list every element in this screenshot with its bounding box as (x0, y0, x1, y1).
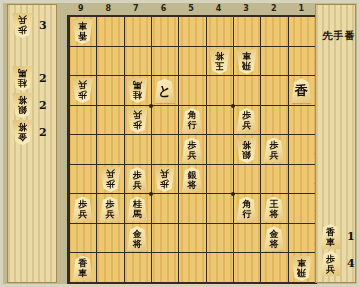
gote-hand-piece[interactable]: 桂馬 (12, 66, 33, 91)
koma-kanji: 兵 (270, 150, 279, 160)
hoshi-dot (231, 104, 235, 108)
square-8-4[interactable] (96, 106, 123, 136)
sente-hand-count: 4 (347, 257, 355, 270)
square-6-5[interactable] (151, 135, 178, 165)
gote-hand-stand: 歩兵3桂馬2銀将2金将2 (7, 4, 57, 283)
koma-kanji: 歩 (242, 110, 251, 120)
square-6-4[interactable] (151, 106, 178, 136)
koma-kanji: 将 (18, 96, 27, 106)
square-3-3[interactable] (233, 76, 260, 106)
koma-kanji: 兵 (326, 264, 335, 274)
square-4-3[interactable] (206, 76, 233, 106)
square-3-9[interactable] (233, 253, 260, 283)
koma-kanji: 行 (188, 120, 197, 130)
koma-kanji: 歩 (326, 254, 335, 264)
square-9-2[interactable] (69, 47, 96, 77)
koma-kanji: 飛 (242, 61, 251, 71)
koma-kanji: 兵 (160, 170, 169, 180)
file-label-8: 8 (95, 4, 123, 14)
koma-kanji: 将 (133, 239, 142, 249)
square-2-1[interactable] (260, 17, 287, 47)
gote-hand-piece[interactable]: 金将 (12, 120, 33, 145)
koma-kanji: 金 (18, 133, 27, 143)
koma-kanji: 車 (78, 22, 87, 32)
square-2-3[interactable] (260, 76, 287, 106)
gote-hand-count: 3 (39, 19, 47, 32)
sente-hand-count: 1 (347, 230, 355, 243)
gote-hand-piece[interactable]: 銀将 (12, 93, 33, 118)
koma-kanji: 銀 (188, 170, 197, 180)
koma-kanji: 歩 (78, 199, 87, 209)
gote-hand-row: 銀将2 (8, 93, 56, 118)
koma-kanji: 歩 (270, 140, 279, 150)
gote-hand-count: 2 (39, 99, 47, 112)
square-4-7[interactable] (206, 194, 233, 224)
koma-kanji: 歩 (106, 180, 115, 190)
koma-kanji: 金 (133, 229, 142, 239)
square-8-9[interactable] (96, 253, 123, 283)
shogi-board[interactable]: 香車玉将飛車歩兵桂馬と香歩兵角行歩兵歩兵銀将歩兵歩兵歩兵歩兵銀将歩兵歩兵桂馬角行… (67, 15, 317, 285)
sente-hand-pieces: 香車1歩兵4 (316, 222, 355, 276)
square-7-1[interactable] (124, 17, 151, 47)
shogi-app: 歩兵3桂馬2銀将2金将2 987654321 香車玉将飛車歩兵桂馬と香歩兵角行歩… (0, 0, 360, 287)
koma-kanji: 歩 (78, 91, 87, 101)
square-4-9[interactable] (206, 253, 233, 283)
koma-kanji: 香 (78, 258, 87, 268)
square-1-5[interactable] (288, 135, 315, 165)
koma-kanji: 歩 (160, 180, 169, 190)
gote-hand-count: 2 (39, 126, 47, 139)
square-5-3[interactable] (178, 76, 205, 106)
koma-kanji: 角 (242, 199, 251, 209)
koma-kanji: 将 (188, 180, 197, 190)
koma-kanji: 将 (270, 239, 279, 249)
square-8-5[interactable] (96, 135, 123, 165)
koma-kanji: 桂 (18, 79, 27, 89)
turn-indicator: 先手番 (317, 29, 360, 43)
file-label-1: 1 (288, 4, 316, 14)
square-1-8[interactable] (288, 224, 315, 254)
koma-kanji: 将 (18, 123, 27, 133)
koma-kanji: 桂 (133, 91, 142, 101)
square-5-8[interactable] (178, 224, 205, 254)
koma-kanji: 車 (326, 237, 335, 247)
square-4-4[interactable] (206, 106, 233, 136)
square-6-2[interactable] (151, 47, 178, 77)
koma-kanji: 歩 (106, 199, 115, 209)
square-6-9[interactable] (151, 253, 178, 283)
square-5-7[interactable] (178, 194, 205, 224)
koma-kanji: 歩 (133, 170, 142, 180)
koma-kanji: と (158, 84, 171, 98)
square-4-8[interactable] (206, 224, 233, 254)
square-4-5[interactable] (206, 135, 233, 165)
square-2-6[interactable] (260, 165, 287, 195)
gote-hand-row: 歩兵3 (8, 13, 56, 38)
square-2-4[interactable] (260, 106, 287, 136)
koma-kanji: 兵 (106, 209, 115, 219)
hoshi-dot (149, 104, 153, 108)
square-5-9[interactable] (178, 253, 205, 283)
square-4-6[interactable] (206, 165, 233, 195)
file-labels: 987654321 (67, 4, 315, 14)
koma-kanji: 兵 (18, 16, 27, 26)
koma-kanji: 将 (270, 209, 279, 219)
koma-kanji: 兵 (78, 209, 87, 219)
square-6-7[interactable] (151, 194, 178, 224)
koma-kanji: 馬 (133, 209, 142, 219)
square-9-8[interactable] (69, 224, 96, 254)
koma-kanji: 歩 (188, 140, 197, 150)
square-5-2[interactable] (178, 47, 205, 77)
square-2-9[interactable] (260, 253, 287, 283)
koma-kanji: 歩 (133, 120, 142, 130)
koma-kanji: 香 (295, 84, 308, 98)
square-2-2[interactable] (260, 47, 287, 77)
koma-kanji: 王 (270, 199, 279, 209)
koma-kanji: 飛 (297, 268, 306, 278)
square-8-3[interactable] (96, 76, 123, 106)
koma-kanji: 兵 (78, 81, 87, 91)
koma-kanji: 銀 (18, 106, 27, 116)
koma-kanji: 馬 (18, 69, 27, 79)
square-1-4[interactable] (288, 106, 315, 136)
koma-kanji: 兵 (188, 150, 197, 160)
sente-hand-row: 香車1 (316, 224, 355, 249)
koma-kanji: 将 (215, 51, 224, 61)
gote-hand-pieces: 歩兵3桂馬2銀将2金将2 (8, 9, 56, 145)
square-4-1[interactable] (206, 17, 233, 47)
koma-kanji: 角 (188, 110, 197, 120)
gote-hand-row: 金将2 (8, 120, 56, 145)
square-8-2[interactable] (96, 47, 123, 77)
square-9-5[interactable] (69, 135, 96, 165)
square-8-1[interactable] (96, 17, 123, 47)
file-label-5: 5 (177, 4, 205, 14)
square-1-6[interactable] (288, 165, 315, 195)
gote-hand-row: 桂馬2 (8, 66, 56, 91)
koma-kanji: 玉 (215, 61, 224, 71)
koma-kanji: 車 (242, 51, 251, 61)
file-label-6: 6 (150, 4, 178, 14)
koma-kanji: 金 (270, 229, 279, 239)
gote-hand-piece[interactable]: 歩兵 (12, 13, 33, 38)
sente-hand-piece[interactable]: 歩兵 (320, 251, 341, 276)
sente-hand-stand: 香車1歩兵4 (315, 4, 356, 283)
file-label-9: 9 (67, 4, 95, 14)
square-9-4[interactable] (69, 106, 96, 136)
koma-kanji: 車 (297, 258, 306, 268)
square-1-2[interactable] (288, 47, 315, 77)
square-7-2[interactable] (124, 47, 151, 77)
square-9-6[interactable] (69, 165, 96, 195)
sente-hand-row: 歩兵4 (316, 251, 355, 276)
square-1-7[interactable] (288, 194, 315, 224)
square-7-9[interactable] (124, 253, 151, 283)
koma-kanji: 桂 (133, 199, 142, 209)
file-label-2: 2 (260, 4, 288, 14)
koma-kanji: 歩 (18, 26, 27, 36)
square-6-8[interactable] (151, 224, 178, 254)
koma-kanji: 兵 (133, 180, 142, 190)
file-label-7: 7 (122, 4, 150, 14)
square-5-1[interactable] (178, 17, 205, 47)
koma-kanji: 兵 (242, 120, 251, 130)
square-8-8[interactable] (96, 224, 123, 254)
square-7-5[interactable] (124, 135, 151, 165)
square-1-1[interactable] (288, 17, 315, 47)
gote-hand-count: 2 (39, 72, 47, 85)
file-label-4: 4 (205, 4, 233, 14)
koma-kanji: 香 (78, 32, 87, 42)
square-3-1[interactable] (233, 17, 260, 47)
koma-kanji: 将 (242, 140, 251, 150)
koma-kanji: 馬 (133, 81, 142, 91)
koma-kanji: 香 (326, 227, 335, 237)
square-3-6[interactable] (233, 165, 260, 195)
file-label-3: 3 (232, 4, 260, 14)
sente-hand-piece[interactable]: 香車 (320, 224, 341, 249)
koma-kanji: 行 (242, 209, 251, 219)
koma-kanji: 車 (78, 268, 87, 278)
square-3-8[interactable] (233, 224, 260, 254)
koma-kanji: 兵 (106, 170, 115, 180)
square-6-1[interactable] (151, 17, 178, 47)
koma-kanji: 銀 (242, 150, 251, 160)
koma-kanji: 兵 (133, 110, 142, 120)
